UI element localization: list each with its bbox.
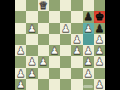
white-pawn[interactable]: ♟ (83, 68, 92, 79)
square-f3[interactable] (71, 56, 82, 67)
square-c2[interactable] (38, 68, 49, 79)
square-e1[interactable] (60, 79, 71, 90)
square-f4[interactable]: ♟ (71, 45, 82, 56)
white-pawn[interactable]: ♟ (27, 68, 36, 79)
square-a1[interactable]: ♟ (15, 79, 26, 90)
square-e3[interactable] (60, 56, 71, 67)
square-d7[interactable] (49, 11, 60, 22)
square-e6[interactable]: ♟ (60, 23, 71, 34)
square-b5[interactable] (26, 34, 37, 45)
square-h7[interactable]: ♚ (94, 11, 105, 22)
square-b7[interactable] (26, 11, 37, 22)
square-d4[interactable]: ♟ (49, 45, 60, 56)
square-a8[interactable] (15, 0, 26, 11)
square-a6[interactable] (15, 23, 26, 34)
square-c1[interactable] (38, 79, 49, 90)
square-a7[interactable] (15, 11, 26, 22)
square-h1[interactable]: ♟ (94, 79, 105, 90)
white-pawn[interactable]: ♟ (27, 23, 36, 34)
square-b2[interactable]: ♟ (26, 68, 37, 79)
white-pawn[interactable]: ♟ (95, 56, 104, 67)
square-d2[interactable] (49, 68, 60, 79)
white-pawn[interactable]: ♟ (83, 23, 92, 34)
white-pawn[interactable]: ♟ (95, 79, 104, 90)
white-pawn[interactable]: ♟ (50, 45, 59, 56)
square-b3[interactable]: ♟ (26, 56, 37, 67)
square-e4[interactable] (60, 45, 71, 56)
white-pawn[interactable]: ♟ (72, 45, 81, 56)
square-e5[interactable] (60, 34, 71, 45)
white-pawn[interactable]: ♟ (27, 56, 36, 67)
square-g3[interactable]: ♟ (83, 56, 94, 67)
square-c5[interactable] (38, 34, 49, 45)
square-d6[interactable] (49, 23, 60, 34)
white-queen[interactable]: ♛ (38, 0, 47, 11)
chess-board[interactable]: ♛♟♚♟♟♟♟♟♟♟♟♟♟♟♟♟♟♟♟♟♟♟♟ (15, 0, 105, 90)
square-c6[interactable] (38, 23, 49, 34)
white-pawn[interactable]: ♟ (61, 23, 70, 34)
square-e8[interactable] (60, 0, 71, 11)
square-f7[interactable] (71, 11, 82, 22)
white-pawn[interactable]: ♟ (16, 79, 25, 90)
square-b1[interactable] (26, 79, 37, 90)
black-pawn[interactable]: ♟ (83, 11, 92, 22)
square-e2[interactable] (60, 68, 71, 79)
square-g7[interactable]: ♟ (83, 11, 94, 22)
black-king[interactable]: ♚ (95, 11, 104, 22)
white-pawn[interactable]: ♟ (38, 56, 47, 67)
square-g6[interactable]: ♟ (83, 23, 94, 34)
letterbox-left (0, 0, 15, 90)
square-b8[interactable] (26, 0, 37, 11)
white-pawn[interactable]: ♟ (16, 45, 25, 56)
square-d8[interactable] (49, 0, 60, 11)
square-d3[interactable] (49, 56, 60, 67)
square-a3[interactable] (15, 56, 26, 67)
square-c7[interactable] (38, 11, 49, 22)
square-c3[interactable]: ♟ (38, 56, 49, 67)
square-g2[interactable]: ♟ (83, 68, 94, 79)
white-pawn[interactable]: ♟ (83, 56, 92, 67)
square-a4[interactable]: ♟ (15, 45, 26, 56)
square-d1[interactable] (49, 79, 60, 90)
square-f2[interactable] (71, 68, 82, 79)
square-c8[interactable]: ♛ (38, 0, 49, 11)
watermark (83, 85, 93, 88)
square-b6[interactable]: ♟ (26, 23, 37, 34)
square-e7[interactable] (60, 11, 71, 22)
square-f8[interactable] (71, 0, 82, 11)
letterbox-right (105, 0, 120, 90)
square-h3[interactable]: ♟ (94, 56, 105, 67)
square-f1[interactable] (71, 79, 82, 90)
